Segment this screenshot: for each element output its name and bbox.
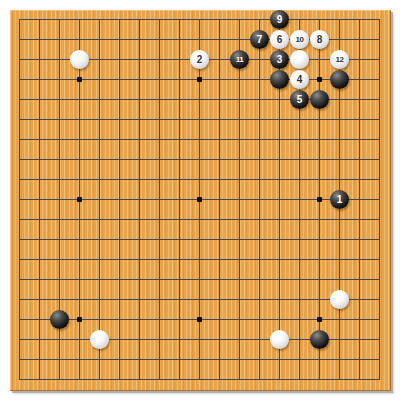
stone-black-move-9: 9 xyxy=(270,10,289,29)
stone-white-qo xyxy=(330,290,349,309)
stone-move-number: 3 xyxy=(270,50,289,69)
stone-black-cp xyxy=(50,310,69,329)
stone-black-qd xyxy=(330,70,349,89)
star-point xyxy=(197,197,202,202)
stone-move-number: 6 xyxy=(270,30,289,49)
stone-move-number: 1 xyxy=(330,190,349,209)
stone-white-move-10: 10 xyxy=(290,30,309,49)
stone-move-number: 4 xyxy=(290,70,309,89)
stone-move-number: 5 xyxy=(290,90,309,109)
stone-black-pq xyxy=(310,330,329,349)
stone-move-number: 10 xyxy=(290,30,309,49)
stone-black-move-7: 7 xyxy=(250,30,269,49)
stone-white-move-6: 6 xyxy=(270,30,289,49)
stone-white-move-4: 4 xyxy=(290,70,309,89)
stone-move-number: 8 xyxy=(310,30,329,49)
star-point xyxy=(77,317,82,322)
stone-black-move-5: 5 xyxy=(290,90,309,109)
stone-move-number: 12 xyxy=(330,50,349,69)
stone-white-nq xyxy=(270,330,289,349)
star-point xyxy=(317,197,322,202)
stone-white-dc xyxy=(70,50,89,69)
star-point xyxy=(77,197,82,202)
go-board: 976108211312451 xyxy=(10,10,391,391)
star-point xyxy=(317,317,322,322)
stone-black-move-1: 1 xyxy=(330,190,349,209)
stone-white-move-12: 12 xyxy=(330,50,349,69)
stone-move-number: 9 xyxy=(270,10,289,29)
star-point xyxy=(317,77,322,82)
star-point xyxy=(77,77,82,82)
stone-black-move-11: 11 xyxy=(230,50,249,69)
stone-white-move-8: 8 xyxy=(310,30,329,49)
go-diagram-image: 976108211312451 xyxy=(0,0,400,400)
stone-move-number: 11 xyxy=(230,50,249,69)
stone-black-move-3: 3 xyxy=(270,50,289,69)
stone-white-move-2: 2 xyxy=(190,50,209,69)
stone-move-number: 7 xyxy=(250,30,269,49)
stone-white-oc xyxy=(290,50,309,69)
star-point xyxy=(197,317,202,322)
stone-black-nd xyxy=(270,70,289,89)
stone-move-number: 2 xyxy=(190,50,209,69)
stone-black-pe xyxy=(310,90,329,109)
star-point xyxy=(197,77,202,82)
stone-white-eq xyxy=(90,330,109,349)
